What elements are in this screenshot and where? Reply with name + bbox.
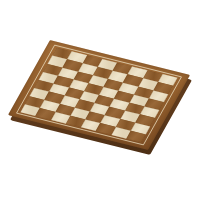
chess-board (8, 40, 190, 150)
product-photo (0, 0, 200, 200)
